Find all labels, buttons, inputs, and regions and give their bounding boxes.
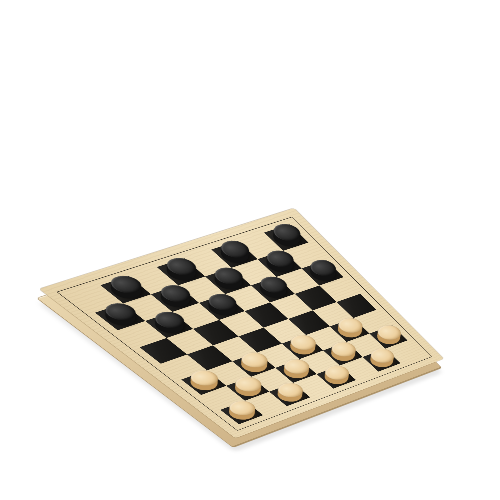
checkers-product-photo [0,0,500,500]
checkers-board [39,208,443,438]
wood-checker-piece[interactable] [224,403,260,423]
